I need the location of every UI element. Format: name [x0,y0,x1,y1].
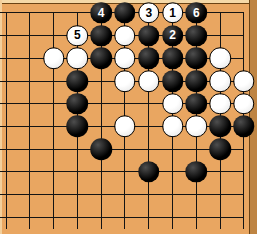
board-intersection[interactable] [66,92,90,115]
black-stone [138,48,160,70]
board-intersection[interactable] [137,115,161,138]
white-stone [43,48,65,70]
board-intersection[interactable] [66,183,90,206]
board-intersection[interactable] [208,92,232,115]
board-intersection[interactable] [113,183,137,206]
board-intersection[interactable] [208,47,232,70]
black-stone [67,93,89,115]
board-intersection[interactable] [66,2,90,25]
board-intersection[interactable] [66,138,90,161]
board-intersection[interactable] [18,70,42,93]
board-intersection[interactable]: 4 [89,2,113,25]
board-intersection[interactable] [89,206,113,229]
board-intersection[interactable] [232,138,256,161]
board-intersection[interactable] [0,183,18,206]
black-stone [138,25,160,47]
go-grid: 431652 [0,2,256,229]
board-intersection[interactable] [208,138,232,161]
board-intersection[interactable] [208,2,232,25]
black-stone [186,48,208,70]
black-stone [67,116,89,138]
board-intersection[interactable] [42,24,66,47]
board-intersection[interactable] [89,24,113,47]
board-intersection[interactable] [18,183,42,206]
board-intersection[interactable] [18,115,42,138]
white-stone [209,93,231,115]
board-intersection[interactable] [42,138,66,161]
white-stone [114,70,136,92]
board-intersection[interactable] [137,206,161,229]
board-intersection[interactable] [0,115,18,138]
board-intersection[interactable] [208,160,232,183]
black-stone [114,2,136,24]
white-stone [162,116,184,138]
white-stone: 1 [162,2,184,24]
white-stone [138,70,160,92]
white-stone [162,93,184,115]
board-intersection[interactable] [89,70,113,93]
white-stone [114,48,136,70]
board-intersection[interactable] [184,160,208,183]
board-intersection[interactable] [18,92,42,115]
board-intersection[interactable] [18,206,42,229]
board-intersection[interactable] [161,183,185,206]
board-intersection[interactable] [113,115,137,138]
board-intersection[interactable] [0,160,18,183]
board-intersection[interactable] [161,160,185,183]
board-intersection[interactable]: 5 [66,24,90,47]
black-stone [67,70,89,92]
board-intersection[interactable] [0,70,18,93]
board-intersection[interactable] [232,24,256,47]
board-intersection[interactable] [113,47,137,70]
board-intersection[interactable] [42,92,66,115]
black-stone [186,161,208,183]
black-stone [138,161,160,183]
board-intersection[interactable] [18,2,42,25]
white-stone [186,116,208,138]
board-intersection[interactable]: 6 [184,2,208,25]
move-number: 1 [169,7,176,19]
board-intersection[interactable] [208,183,232,206]
white-stone: 5 [67,25,89,47]
go-board: 431652 [0,0,257,234]
white-stone [114,25,136,47]
board-intersection[interactable] [184,115,208,138]
board-intersection[interactable] [113,24,137,47]
board-intersection[interactable] [89,47,113,70]
board-intersection[interactable] [232,2,256,25]
board-intersection[interactable] [161,138,185,161]
board-intersection[interactable] [208,206,232,229]
board-intersection[interactable] [42,206,66,229]
board-intersection[interactable] [89,115,113,138]
black-stone [90,138,112,160]
board-intersection[interactable] [42,70,66,93]
white-stone: 3 [138,2,160,24]
board-intersection[interactable] [232,206,256,229]
move-number: 2 [169,30,176,42]
board-intersection[interactable] [66,160,90,183]
white-stone [209,48,231,70]
white-stone [233,93,255,115]
white-stone [114,116,136,138]
board-intersection[interactable] [137,70,161,93]
board-intersection[interactable] [0,92,18,115]
move-number: 4 [98,7,105,19]
black-stone [90,48,112,70]
board-intersection[interactable] [113,2,137,25]
board-intersection[interactable] [0,47,18,70]
board-intersection[interactable] [18,138,42,161]
board-intersection[interactable] [184,47,208,70]
board-intersection[interactable] [89,183,113,206]
board-intersection[interactable] [208,115,232,138]
board-intersection[interactable] [184,138,208,161]
board-intersection[interactable] [232,160,256,183]
board-intersection[interactable] [66,115,90,138]
board-intersection[interactable] [232,70,256,93]
board-intersection[interactable] [113,206,137,229]
board-intersection[interactable] [113,160,137,183]
black-stone [90,25,112,47]
black-stone: 2 [162,25,184,47]
board-intersection[interactable] [42,160,66,183]
board-intersection[interactable] [66,206,90,229]
board-intersection[interactable] [232,115,256,138]
move-number: 6 [193,7,200,19]
board-intersection[interactable] [184,183,208,206]
board-intersection[interactable]: 2 [161,24,185,47]
black-stone [233,116,255,138]
black-stone [186,93,208,115]
board-intersection[interactable] [89,138,113,161]
board-intersection[interactable] [42,2,66,25]
board-intersection[interactable] [208,24,232,47]
board-intersection[interactable] [137,138,161,161]
board-intersection[interactable] [184,206,208,229]
board-intersection[interactable] [18,47,42,70]
black-stone [162,48,184,70]
board-intersection[interactable] [137,47,161,70]
board-intersection[interactable] [184,70,208,93]
move-number: 5 [74,30,81,42]
board-intersection[interactable] [137,160,161,183]
black-stone [209,138,231,160]
board-intersection[interactable] [137,183,161,206]
board-intersection[interactable]: 3 [137,2,161,25]
board-intersection[interactable] [161,70,185,93]
board-intersection[interactable] [42,115,66,138]
black-stone [186,25,208,47]
board-intersection[interactable] [232,183,256,206]
board-intersection[interactable] [0,138,18,161]
board-intersection[interactable] [137,92,161,115]
board-intersection[interactable] [161,115,185,138]
board-intersection[interactable] [232,47,256,70]
move-number: 3 [145,7,152,19]
white-stone [209,70,231,92]
board-intersection[interactable] [0,206,18,229]
black-stone: 6 [186,2,208,24]
board-intersection[interactable] [232,92,256,115]
board-intersection[interactable] [42,183,66,206]
board-intersection[interactable]: 1 [161,2,185,25]
board-intersection[interactable] [42,47,66,70]
board-intersection[interactable] [113,92,137,115]
black-stone: 4 [90,2,112,24]
board-intersection[interactable] [161,206,185,229]
white-stone [67,48,89,70]
black-stone [186,70,208,92]
board-intersection[interactable] [18,160,42,183]
board-intersection[interactable] [184,92,208,115]
black-stone [162,70,184,92]
board-intersection[interactable] [66,70,90,93]
board-intersection[interactable] [89,92,113,115]
board-intersection[interactable] [184,24,208,47]
board-intersection[interactable] [208,70,232,93]
board-intersection[interactable] [137,24,161,47]
board-intersection[interactable] [161,92,185,115]
white-stone [233,70,255,92]
board-intersection[interactable] [161,47,185,70]
board-intersection[interactable] [113,70,137,93]
board-intersection[interactable] [18,24,42,47]
black-stone [209,116,231,138]
board-intersection[interactable] [66,47,90,70]
board-intersection[interactable] [113,138,137,161]
board-intersection[interactable] [0,2,18,25]
board-intersection[interactable] [89,160,113,183]
board-intersection[interactable] [0,24,18,47]
